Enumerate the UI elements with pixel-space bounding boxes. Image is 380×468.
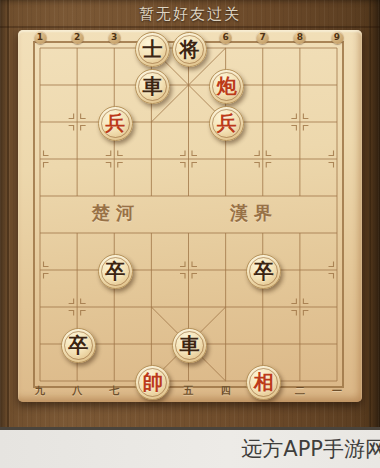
file-label-bottom-八: 八 bbox=[69, 385, 85, 397]
game-screen: 暂无好友过关 bbox=[0, 0, 380, 468]
status-bar: 暂无好友过关 bbox=[0, 0, 380, 28]
file-label-bottom-四: 四 bbox=[218, 385, 234, 397]
piece-black-卒-c2r8[interactable]: 卒 bbox=[61, 328, 96, 363]
site-watermark: 远方APP手游网 bbox=[241, 430, 380, 468]
file-label-top-1: 1 bbox=[34, 31, 47, 44]
piece-red-帥-c4r9[interactable]: 帥 bbox=[135, 365, 170, 400]
piece-black-将-c5r0[interactable]: 将 bbox=[172, 32, 207, 67]
piece-black-車-c4r1[interactable]: 車 bbox=[135, 69, 170, 104]
status-title: 暂无好友过关 bbox=[139, 5, 241, 24]
piece-character: 卒 bbox=[62, 329, 95, 362]
piece-character: 相 bbox=[247, 366, 280, 399]
piece-black-卒-c7r6[interactable]: 卒 bbox=[246, 254, 281, 289]
piece-character: 炮 bbox=[210, 70, 243, 103]
file-label-bottom-五: 五 bbox=[181, 385, 197, 397]
piece-black-卒-c3r6[interactable]: 卒 bbox=[98, 254, 133, 289]
piece-red-炮-c6r1[interactable]: 炮 bbox=[209, 69, 244, 104]
wood-seam-right bbox=[369, 0, 371, 468]
piece-red-相-c7r9[interactable]: 相 bbox=[246, 365, 281, 400]
piece-red-兵-c6r2[interactable]: 兵 bbox=[209, 106, 244, 141]
file-label-bottom-七: 七 bbox=[106, 385, 122, 397]
file-label-bottom-一: 一 bbox=[329, 385, 345, 397]
piece-character: 兵 bbox=[99, 107, 132, 140]
file-label-top-8: 8 bbox=[293, 31, 306, 44]
piece-character: 帥 bbox=[136, 366, 169, 399]
piece-black-車-c5r8[interactable]: 車 bbox=[172, 328, 207, 363]
piece-character: 士 bbox=[136, 33, 169, 66]
file-label-bottom-九: 九 bbox=[32, 385, 48, 397]
file-label-top-7: 7 bbox=[256, 31, 269, 44]
river-label-han: 漢界 bbox=[230, 201, 278, 225]
wood-seam-left bbox=[7, 0, 9, 468]
piece-character: 卒 bbox=[99, 255, 132, 288]
piece-character: 将 bbox=[173, 33, 206, 66]
piece-character: 兵 bbox=[210, 107, 243, 140]
file-label-top-9: 9 bbox=[331, 31, 344, 44]
file-label-bottom-二: 二 bbox=[292, 385, 308, 397]
piece-red-兵-c3r2[interactable]: 兵 bbox=[98, 106, 133, 141]
piece-character: 車 bbox=[173, 329, 206, 362]
xiangqi-board[interactable]: 楚河 漢界 士将車炮兵兵卒卒卒車帥相123456789九八七六五四三二一 bbox=[18, 30, 362, 402]
piece-black-士-c4r0[interactable]: 士 bbox=[135, 32, 170, 67]
piece-character: 卒 bbox=[247, 255, 280, 288]
file-label-top-2: 2 bbox=[71, 31, 84, 44]
piece-character: 車 bbox=[136, 70, 169, 103]
file-label-top-6: 6 bbox=[219, 31, 232, 44]
footer-bar: 远方APP手游网 bbox=[0, 427, 380, 468]
river-label-chu: 楚河 bbox=[92, 201, 140, 225]
file-label-top-3: 3 bbox=[108, 31, 121, 44]
